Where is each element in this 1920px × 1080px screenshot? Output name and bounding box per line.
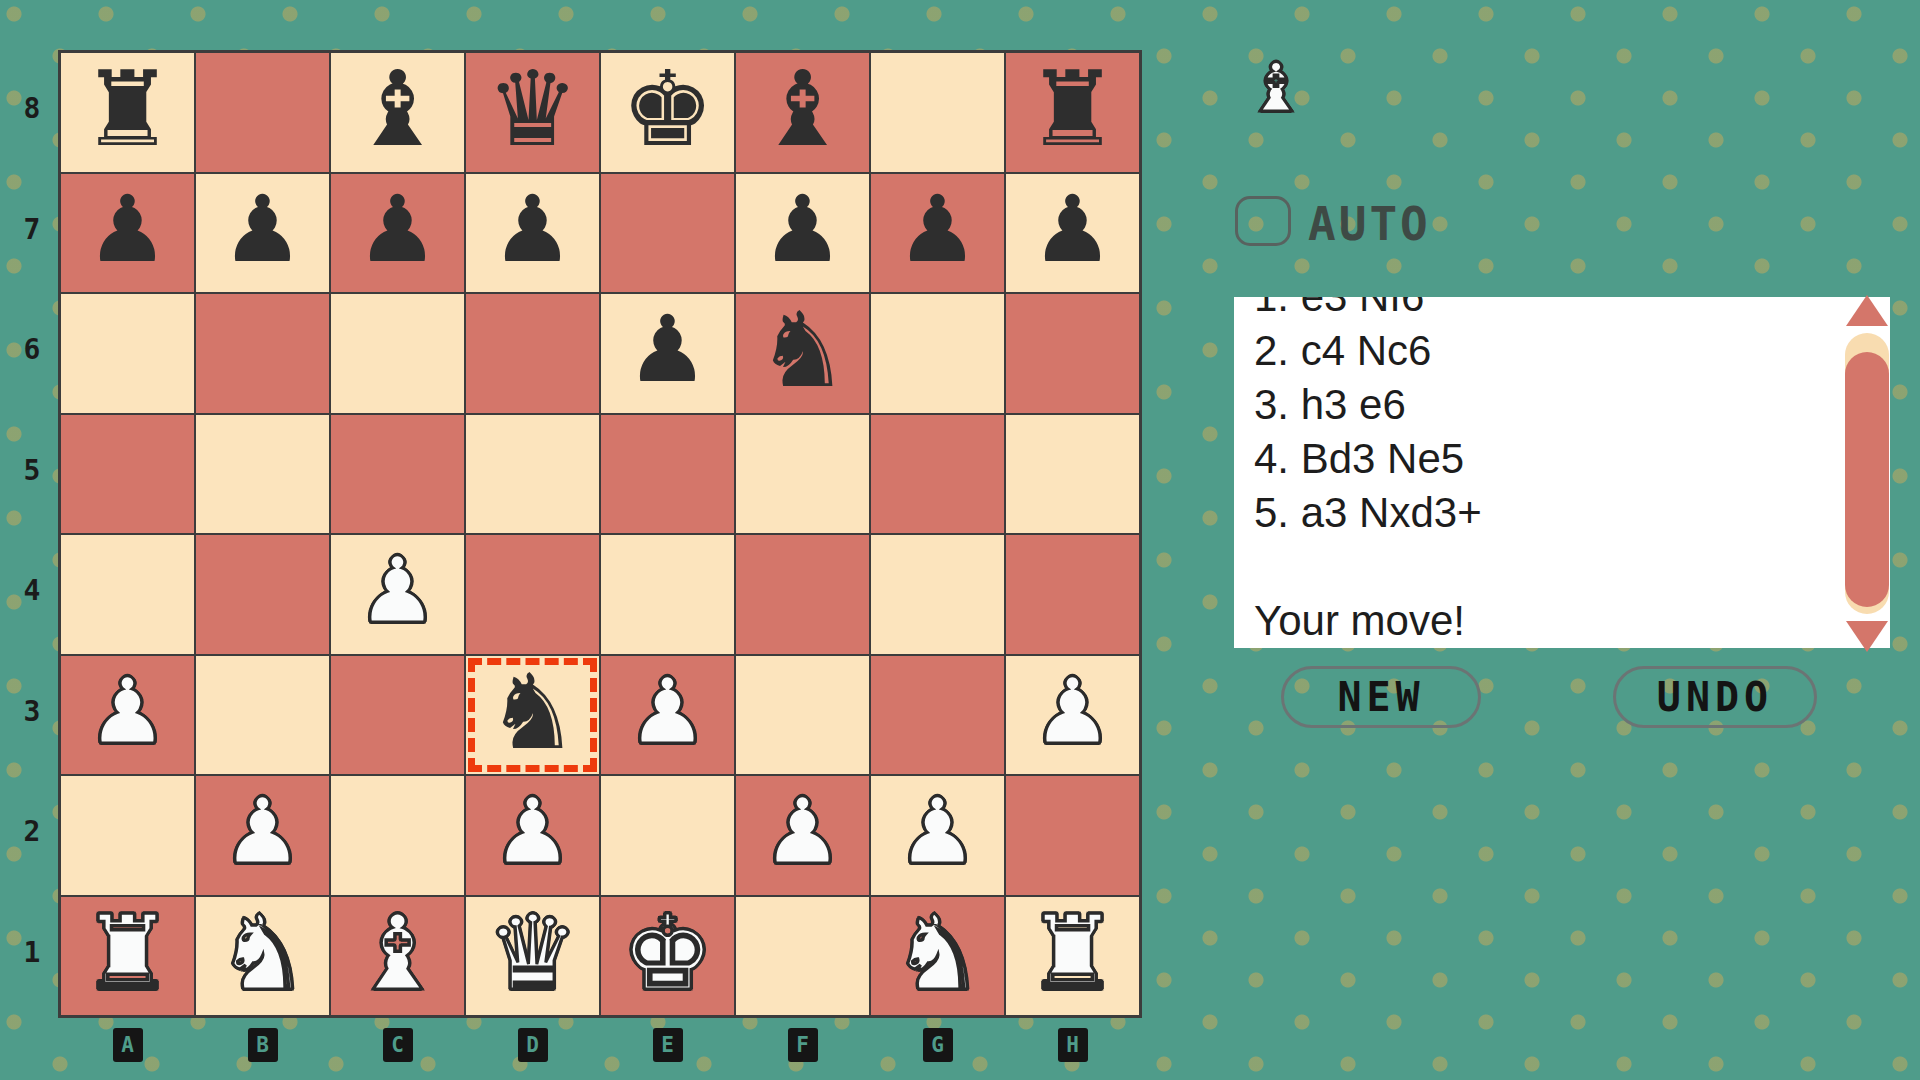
square-f5[interactable] <box>735 414 870 535</box>
file-label-g: G <box>923 1028 953 1062</box>
white-pawn: ♟ <box>221 786 303 878</box>
square-a6[interactable] <box>60 293 195 414</box>
black-pawn: ♟ <box>221 184 303 276</box>
auto-label: AUTO <box>1308 197 1431 251</box>
black-pawn: ♟ <box>1031 184 1113 276</box>
black-knight: ♞ <box>486 660 579 764</box>
white-pawn: ♟ <box>761 786 843 878</box>
white-pawn: ♟ <box>896 786 978 878</box>
white-pawn: ♟ <box>491 786 573 878</box>
square-b2[interactable]: ♟ <box>195 775 330 896</box>
black-pawn: ♟ <box>626 304 708 396</box>
square-h1[interactable]: ♜ <box>1005 896 1140 1017</box>
square-g6[interactable] <box>870 293 1005 414</box>
square-c8[interactable]: ♝ <box>330 52 465 173</box>
square-b6[interactable] <box>195 293 330 414</box>
file-label-e: E <box>653 1028 683 1062</box>
square-f4[interactable] <box>735 534 870 655</box>
file-label-f: F <box>788 1028 818 1062</box>
white-rook: ♜ <box>81 901 174 1005</box>
white-pawn: ♟ <box>356 545 438 637</box>
white-pawn: ♟ <box>1031 666 1113 758</box>
square-e5[interactable] <box>600 414 735 535</box>
square-e4[interactable] <box>600 534 735 655</box>
square-c3[interactable] <box>330 655 465 776</box>
rank-label-6: 6 <box>14 333 50 366</box>
square-a3[interactable]: ♟ <box>60 655 195 776</box>
black-pawn: ♟ <box>86 184 168 276</box>
square-b4[interactable] <box>195 534 330 655</box>
rank-label-4: 4 <box>14 574 50 607</box>
black-pawn: ♟ <box>761 184 843 276</box>
white-pawn: ♟ <box>86 666 168 758</box>
square-h8[interactable]: ♜ <box>1005 52 1140 173</box>
file-label-b: B <box>248 1028 278 1062</box>
square-c6[interactable] <box>330 293 465 414</box>
square-g3[interactable] <box>870 655 1005 776</box>
square-h5[interactable] <box>1005 414 1140 535</box>
square-g4[interactable] <box>870 534 1005 655</box>
square-h6[interactable] <box>1005 293 1140 414</box>
move-entry: 3. h3 e6 <box>1254 378 1890 432</box>
square-c2[interactable] <box>330 775 465 896</box>
file-label-c: C <box>383 1028 413 1062</box>
square-h2[interactable] <box>1005 775 1140 896</box>
rank-label-5: 5 <box>14 454 50 487</box>
black-king: ♚ <box>621 57 714 161</box>
square-d4[interactable] <box>465 534 600 655</box>
file-label-h: H <box>1058 1028 1088 1062</box>
square-c4[interactable]: ♟ <box>330 534 465 655</box>
black-bishop: ♝ <box>756 57 849 161</box>
square-h4[interactable] <box>1005 534 1140 655</box>
move-list-panel: 1. e3 Nf6 2. c4 Nc6 3. h3 e6 4. Bd3 Ne5 … <box>1234 297 1890 648</box>
square-e1[interactable]: ♚ <box>600 896 735 1017</box>
square-c7[interactable]: ♟ <box>330 173 465 294</box>
square-d6[interactable] <box>465 293 600 414</box>
square-e8[interactable]: ♚ <box>600 52 735 173</box>
square-f2[interactable]: ♟ <box>735 775 870 896</box>
blank-line <box>1254 540 1890 594</box>
white-queen: ♛ <box>486 901 579 1005</box>
square-a4[interactable] <box>60 534 195 655</box>
square-f7[interactable]: ♟ <box>735 173 870 294</box>
white-knight: ♞ <box>216 901 309 1005</box>
status-text: Your move! <box>1254 594 1890 648</box>
square-h3[interactable]: ♟ <box>1005 655 1140 776</box>
white-pawn: ♟ <box>626 666 708 758</box>
square-a7[interactable]: ♟ <box>60 173 195 294</box>
square-e6[interactable]: ♟ <box>600 293 735 414</box>
rank-label-3: 3 <box>14 695 50 728</box>
white-king: ♚ <box>621 901 714 1005</box>
square-e2[interactable] <box>600 775 735 896</box>
square-a2[interactable] <box>60 775 195 896</box>
square-a1[interactable]: ♜ <box>60 896 195 1017</box>
black-rook: ♜ <box>1026 57 1119 161</box>
square-h7[interactable]: ♟ <box>1005 173 1140 294</box>
square-a8[interactable]: ♜ <box>60 52 195 173</box>
square-d2[interactable]: ♟ <box>465 775 600 896</box>
black-pawn: ♟ <box>491 184 573 276</box>
square-b1[interactable]: ♞ <box>195 896 330 1017</box>
square-e7[interactable] <box>600 173 735 294</box>
square-g7[interactable]: ♟ <box>870 173 1005 294</box>
square-d3[interactable]: ♞ <box>465 655 600 776</box>
square-g5[interactable] <box>870 414 1005 535</box>
black-bishop: ♝ <box>351 57 444 161</box>
white-bishop: ♝ <box>351 901 444 1005</box>
new-game-button[interactable]: NEW <box>1281 666 1481 728</box>
square-f8[interactable]: ♝ <box>735 52 870 173</box>
move-entry: 2. c4 Nc6 <box>1254 324 1890 378</box>
square-a5[interactable] <box>60 414 195 535</box>
white-bishop-icon: ♝ <box>1246 54 1307 122</box>
undo-button[interactable]: UNDO <box>1613 666 1817 728</box>
square-e3[interactable]: ♟ <box>600 655 735 776</box>
black-pawn: ♟ <box>896 184 978 276</box>
move-entry: 4. Bd3 Ne5 <box>1254 432 1890 486</box>
square-d1[interactable]: ♛ <box>465 896 600 1017</box>
square-f1[interactable] <box>735 896 870 1017</box>
move-entry: 5. a3 Nxd3+ <box>1254 486 1890 540</box>
square-c5[interactable] <box>330 414 465 535</box>
chess-board[interactable]: ♜♝♛♚♝♜♟♟♟♟♟♟♟♟♞♟♟♞♟♟♟♟♟♟♜♞♝♛♚♞♜ <box>58 50 1142 1018</box>
square-f6[interactable]: ♞ <box>735 293 870 414</box>
move-entry: 1. e3 Nf6 <box>1254 297 1890 324</box>
square-g1[interactable]: ♞ <box>870 896 1005 1017</box>
black-pawn: ♟ <box>356 184 438 276</box>
file-label-a: A <box>113 1028 143 1062</box>
white-knight: ♞ <box>891 901 984 1005</box>
square-f3[interactable] <box>735 655 870 776</box>
square-g2[interactable]: ♟ <box>870 775 1005 896</box>
rank-label-1: 1 <box>14 936 50 969</box>
scrollbar-thumb[interactable] <box>1845 352 1889 607</box>
square-d8[interactable]: ♛ <box>465 52 600 173</box>
auto-checkbox[interactable] <box>1235 196 1291 246</box>
square-c1[interactable]: ♝ <box>330 896 465 1017</box>
white-rook: ♜ <box>1026 901 1119 1005</box>
black-knight: ♞ <box>756 298 849 402</box>
square-b8[interactable] <box>195 52 330 173</box>
square-b5[interactable] <box>195 414 330 535</box>
square-d5[interactable] <box>465 414 600 535</box>
scroll-up-arrow-icon[interactable] <box>1846 295 1888 326</box>
captured-piece-tray: ♝ <box>1236 48 1316 128</box>
scroll-down-arrow-icon[interactable] <box>1846 621 1888 652</box>
square-b3[interactable] <box>195 655 330 776</box>
square-d7[interactable]: ♟ <box>465 173 600 294</box>
black-rook: ♜ <box>81 57 174 161</box>
file-label-d: D <box>518 1028 548 1062</box>
rank-label-8: 8 <box>14 92 50 125</box>
rank-label-2: 2 <box>14 815 50 848</box>
move-list-scrollbar[interactable] <box>1844 295 1890 655</box>
rank-label-7: 7 <box>14 213 50 246</box>
square-b7[interactable]: ♟ <box>195 173 330 294</box>
black-queen: ♛ <box>486 57 579 161</box>
square-g8[interactable] <box>870 52 1005 173</box>
